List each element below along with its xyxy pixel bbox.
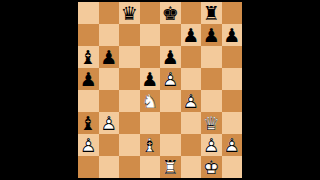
piece-black-pawn[interactable]: ♟	[201, 24, 222, 46]
square-e1[interactable]: ♜♖	[160, 156, 181, 178]
square-c1[interactable]	[119, 156, 140, 178]
square-e2[interactable]	[160, 134, 181, 156]
piece-black-pawn[interactable]: ♟	[181, 24, 202, 46]
square-c4[interactable]	[119, 90, 140, 112]
piece-black-rook[interactable]: ♜	[201, 2, 222, 24]
piece-white-queen[interactable]: ♛♕	[201, 112, 222, 134]
square-g6[interactable]	[201, 46, 222, 68]
square-d4[interactable]: ♞♘	[140, 90, 161, 112]
square-b4[interactable]	[99, 90, 120, 112]
square-f5[interactable]	[181, 68, 202, 90]
piece-black-pawn[interactable]: ♟	[222, 24, 243, 46]
square-d2[interactable]: ♝♗	[140, 134, 161, 156]
square-g5[interactable]	[201, 68, 222, 90]
square-c3[interactable]	[119, 112, 140, 134]
square-e7[interactable]	[160, 24, 181, 46]
square-g1[interactable]: ♚♔	[201, 156, 222, 178]
square-h8[interactable]	[222, 2, 243, 24]
square-c8[interactable]: ♛	[119, 2, 140, 24]
square-c7[interactable]	[119, 24, 140, 46]
piece-white-pawn[interactable]: ♟♙	[181, 90, 202, 112]
square-b5[interactable]	[99, 68, 120, 90]
piece-white-pawn[interactable]: ♟♙	[99, 112, 120, 134]
square-g7[interactable]: ♟	[201, 24, 222, 46]
letterbox-right	[242, 0, 320, 180]
square-e5[interactable]: ♟♙	[160, 68, 181, 90]
square-e4[interactable]	[160, 90, 181, 112]
square-g8[interactable]: ♜	[201, 2, 222, 24]
square-b6[interactable]: ♟	[99, 46, 120, 68]
square-f7[interactable]: ♟	[181, 24, 202, 46]
square-b2[interactable]	[99, 134, 120, 156]
piece-black-pawn[interactable]: ♟	[140, 68, 161, 90]
piece-white-knight[interactable]: ♞♘	[140, 90, 161, 112]
piece-white-pawn[interactable]: ♟♙	[201, 134, 222, 156]
square-h5[interactable]	[222, 68, 243, 90]
square-d3[interactable]	[140, 112, 161, 134]
square-f8[interactable]	[181, 2, 202, 24]
square-c5[interactable]	[119, 68, 140, 90]
square-f3[interactable]	[181, 112, 202, 134]
square-d7[interactable]	[140, 24, 161, 46]
chess-board: ♛♚♜♟♟♟♝♟♟♟♟♟♙♞♘♟♙♝♟♙♛♕♟♙♝♗♟♙♟♙♜♖♚♔	[78, 2, 242, 178]
piece-white-pawn[interactable]: ♟♙	[78, 134, 99, 156]
piece-white-pawn[interactable]: ♟♙	[160, 68, 181, 90]
square-d6[interactable]	[140, 46, 161, 68]
square-a3[interactable]: ♝	[78, 112, 99, 134]
square-a4[interactable]	[78, 90, 99, 112]
square-h4[interactable]	[222, 90, 243, 112]
square-h3[interactable]	[222, 112, 243, 134]
square-e6[interactable]: ♟	[160, 46, 181, 68]
piece-white-rook[interactable]: ♜♖	[160, 156, 181, 178]
square-f6[interactable]	[181, 46, 202, 68]
square-f4[interactable]: ♟♙	[181, 90, 202, 112]
square-a6[interactable]: ♝	[78, 46, 99, 68]
piece-black-king[interactable]: ♚	[160, 2, 181, 24]
piece-black-queen[interactable]: ♛	[119, 2, 140, 24]
letterboxed-frame: ♛♚♜♟♟♟♝♟♟♟♟♟♙♞♘♟♙♝♟♙♛♕♟♙♝♗♟♙♟♙♜♖♚♔	[0, 0, 320, 180]
piece-black-bishop[interactable]: ♝	[78, 112, 99, 134]
piece-black-bishop[interactable]: ♝	[78, 46, 99, 68]
piece-white-bishop[interactable]: ♝♗	[140, 134, 161, 156]
square-h2[interactable]: ♟♙	[222, 134, 243, 156]
square-b7[interactable]	[99, 24, 120, 46]
square-b1[interactable]	[99, 156, 120, 178]
square-h7[interactable]: ♟	[222, 24, 243, 46]
square-d8[interactable]	[140, 2, 161, 24]
piece-black-pawn[interactable]: ♟	[160, 46, 181, 68]
piece-black-pawn[interactable]: ♟	[99, 46, 120, 68]
square-a5[interactable]: ♟	[78, 68, 99, 90]
piece-black-pawn[interactable]: ♟	[78, 68, 99, 90]
piece-white-king[interactable]: ♚♔	[201, 156, 222, 178]
square-a2[interactable]: ♟♙	[78, 134, 99, 156]
piece-white-pawn[interactable]: ♟♙	[222, 134, 243, 156]
square-b3[interactable]: ♟♙	[99, 112, 120, 134]
square-g4[interactable]	[201, 90, 222, 112]
square-h6[interactable]	[222, 46, 243, 68]
square-d1[interactable]	[140, 156, 161, 178]
square-g3[interactable]: ♛♕	[201, 112, 222, 134]
square-c6[interactable]	[119, 46, 140, 68]
square-f1[interactable]	[181, 156, 202, 178]
square-f2[interactable]	[181, 134, 202, 156]
square-a8[interactable]	[78, 2, 99, 24]
square-d5[interactable]: ♟	[140, 68, 161, 90]
square-h1[interactable]	[222, 156, 243, 178]
square-e8[interactable]: ♚	[160, 2, 181, 24]
square-e3[interactable]	[160, 112, 181, 134]
square-a1[interactable]	[78, 156, 99, 178]
square-b8[interactable]	[99, 2, 120, 24]
square-c2[interactable]	[119, 134, 140, 156]
square-g2[interactable]: ♟♙	[201, 134, 222, 156]
letterbox-left	[0, 0, 78, 180]
square-a7[interactable]	[78, 24, 99, 46]
